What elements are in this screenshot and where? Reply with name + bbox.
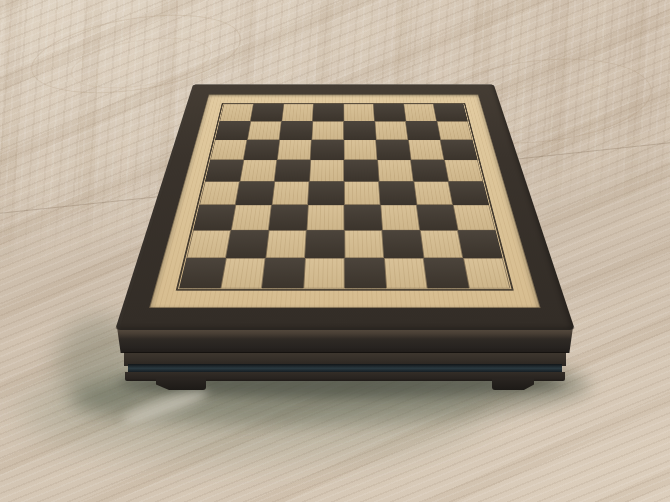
board-square xyxy=(344,140,378,160)
board-top-perspective xyxy=(115,84,575,330)
board-square xyxy=(282,104,314,121)
board-square xyxy=(277,140,312,160)
board-square xyxy=(313,104,344,121)
board-square xyxy=(215,121,251,140)
board-square xyxy=(345,258,387,288)
board-square xyxy=(424,258,469,288)
board-square xyxy=(380,205,420,230)
board-square xyxy=(210,140,247,160)
board-square xyxy=(375,121,408,140)
chess-board-grid xyxy=(179,104,510,288)
board-square xyxy=(179,258,226,288)
board-square xyxy=(344,121,376,140)
board-square xyxy=(220,258,265,288)
board-square xyxy=(279,121,312,140)
board-square xyxy=(274,160,310,182)
board-square xyxy=(458,230,503,258)
board-square xyxy=(411,160,449,182)
board-square xyxy=(240,160,277,182)
board-square xyxy=(444,160,483,182)
board-square xyxy=(244,140,280,160)
board-square xyxy=(463,258,510,288)
board-square xyxy=(226,230,269,258)
board-square xyxy=(272,181,310,204)
board-square xyxy=(437,121,473,140)
board-square xyxy=(235,181,274,204)
board-square xyxy=(262,258,305,288)
board-square xyxy=(199,181,239,204)
box-foot-left xyxy=(156,378,206,390)
board-square xyxy=(377,160,413,182)
board-square xyxy=(309,160,344,182)
board-square xyxy=(247,121,281,140)
board-square xyxy=(308,181,344,204)
board-square xyxy=(408,140,444,160)
board-square xyxy=(403,104,436,121)
board-square xyxy=(376,140,411,160)
board-square xyxy=(344,230,384,258)
box-foot-right xyxy=(492,378,534,390)
chess-box xyxy=(0,0,670,502)
board-square xyxy=(344,160,379,182)
board-square xyxy=(344,104,375,121)
board-square xyxy=(265,230,306,258)
board-square xyxy=(310,140,343,160)
lid-front-face xyxy=(117,327,573,353)
board-frame xyxy=(115,84,575,330)
board-square xyxy=(205,160,244,182)
board-square xyxy=(186,230,231,258)
board-square xyxy=(305,230,345,258)
board-square xyxy=(344,181,380,204)
board-square xyxy=(219,104,253,121)
board-square xyxy=(193,205,235,230)
board-square xyxy=(307,205,345,230)
board-square xyxy=(344,205,382,230)
board-square xyxy=(417,205,458,230)
photo-scene xyxy=(0,0,670,502)
board-square xyxy=(420,230,463,258)
board-square xyxy=(312,121,344,140)
board-square xyxy=(414,181,453,204)
board-square xyxy=(269,205,308,230)
board-square xyxy=(384,258,428,288)
board-square xyxy=(448,181,489,204)
board-square xyxy=(303,258,344,288)
board-square xyxy=(406,121,441,140)
board-square xyxy=(433,104,467,121)
board-square xyxy=(382,230,423,258)
board-square xyxy=(374,104,406,121)
board-square xyxy=(440,140,477,160)
board-square xyxy=(231,205,272,230)
board-square xyxy=(251,104,284,121)
board-square xyxy=(379,181,417,204)
board-square xyxy=(453,205,496,230)
